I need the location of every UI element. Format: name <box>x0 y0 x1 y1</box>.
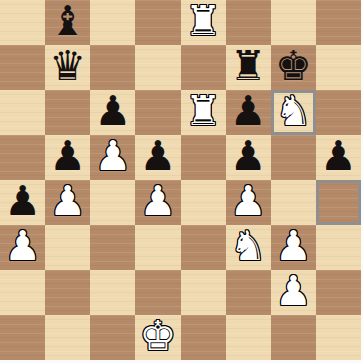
square-a4[interactable]: ♟ <box>0 180 45 225</box>
square-e5[interactable] <box>181 135 226 180</box>
square-f4[interactable]: ♟ <box>226 180 271 225</box>
square-b5[interactable]: ♟ <box>45 135 90 180</box>
black-rook[interactable]: ♜ <box>230 46 267 87</box>
square-g2[interactable]: ♟ <box>271 270 316 315</box>
white-pawn[interactable]: ♟ <box>230 181 267 222</box>
white-pawn[interactable]: ♟ <box>140 181 177 222</box>
square-c2[interactable] <box>90 270 135 315</box>
square-a2[interactable] <box>0 270 45 315</box>
white-knight[interactable]: ♞ <box>275 91 312 132</box>
square-e8[interactable]: ♜ <box>181 0 226 45</box>
square-g4[interactable] <box>271 180 316 225</box>
square-h4[interactable] <box>316 180 361 225</box>
square-f5[interactable]: ♟ <box>226 135 271 180</box>
square-c5[interactable]: ♟ <box>90 135 135 180</box>
square-a5[interactable] <box>0 135 45 180</box>
square-h8[interactable] <box>316 0 361 45</box>
square-c1[interactable] <box>90 315 135 360</box>
square-h1[interactable] <box>316 315 361 360</box>
white-pawn[interactable]: ♟ <box>49 181 86 222</box>
white-rook[interactable]: ♜ <box>185 91 222 132</box>
square-d3[interactable] <box>135 225 180 270</box>
white-pawn[interactable]: ♟ <box>4 226 41 267</box>
square-d4[interactable]: ♟ <box>135 180 180 225</box>
black-queen[interactable]: ♛ <box>49 46 86 87</box>
square-c6[interactable]: ♟ <box>90 90 135 135</box>
square-f3[interactable]: ♞ <box>226 225 271 270</box>
square-f1[interactable] <box>226 315 271 360</box>
square-g8[interactable] <box>271 0 316 45</box>
square-d8[interactable] <box>135 0 180 45</box>
square-e7[interactable] <box>181 45 226 90</box>
white-knight[interactable]: ♞ <box>230 226 267 267</box>
square-e4[interactable] <box>181 180 226 225</box>
black-pawn[interactable]: ♟ <box>140 136 177 177</box>
square-h3[interactable] <box>316 225 361 270</box>
square-f7[interactable]: ♜ <box>226 45 271 90</box>
square-g3[interactable]: ♟ <box>271 225 316 270</box>
square-g7[interactable]: ♚ <box>271 45 316 90</box>
black-pawn[interactable]: ♟ <box>230 91 267 132</box>
black-pawn[interactable]: ♟ <box>230 136 267 177</box>
square-h7[interactable] <box>316 45 361 90</box>
square-g6[interactable]: ♞ <box>271 90 316 135</box>
square-e3[interactable] <box>181 225 226 270</box>
white-pawn[interactable]: ♟ <box>275 226 312 267</box>
square-g5[interactable] <box>271 135 316 180</box>
square-h5[interactable]: ♟ <box>316 135 361 180</box>
square-b8[interactable]: ♝ <box>45 0 90 45</box>
square-b6[interactable] <box>45 90 90 135</box>
square-b4[interactable]: ♟ <box>45 180 90 225</box>
square-d2[interactable] <box>135 270 180 315</box>
square-c8[interactable] <box>90 0 135 45</box>
square-a6[interactable] <box>0 90 45 135</box>
square-b2[interactable] <box>45 270 90 315</box>
square-d1[interactable]: ♚ <box>135 315 180 360</box>
white-king[interactable]: ♚ <box>140 316 177 357</box>
square-a3[interactable]: ♟ <box>0 225 45 270</box>
square-c3[interactable] <box>90 225 135 270</box>
square-e1[interactable] <box>181 315 226 360</box>
chess-board: ♝♜♛♜♚♟♜♟♞♟♟♟♟♟♟♟♟♟♟♞♟♟♚ <box>0 0 361 360</box>
square-b7[interactable]: ♛ <box>45 45 90 90</box>
white-pawn[interactable]: ♟ <box>275 271 312 312</box>
square-e6[interactable]: ♜ <box>181 90 226 135</box>
square-d5[interactable]: ♟ <box>135 135 180 180</box>
square-e2[interactable] <box>181 270 226 315</box>
black-bishop[interactable]: ♝ <box>49 1 86 42</box>
black-pawn[interactable]: ♟ <box>320 136 357 177</box>
square-h6[interactable] <box>316 90 361 135</box>
square-d6[interactable] <box>135 90 180 135</box>
square-a8[interactable] <box>0 0 45 45</box>
white-rook[interactable]: ♜ <box>185 1 222 42</box>
square-c4[interactable] <box>90 180 135 225</box>
black-king[interactable]: ♚ <box>275 46 312 87</box>
board-frame: ♝♜♛♜♚♟♜♟♞♟♟♟♟♟♟♟♟♟♟♞♟♟♚ <box>0 0 363 363</box>
white-pawn[interactable]: ♟ <box>94 136 131 177</box>
square-h2[interactable] <box>316 270 361 315</box>
black-pawn[interactable]: ♟ <box>4 181 41 222</box>
square-a1[interactable] <box>0 315 45 360</box>
square-g1[interactable] <box>271 315 316 360</box>
square-b3[interactable] <box>45 225 90 270</box>
square-f8[interactable] <box>226 0 271 45</box>
square-f2[interactable] <box>226 270 271 315</box>
black-pawn[interactable]: ♟ <box>49 136 86 177</box>
square-a7[interactable] <box>0 45 45 90</box>
square-b1[interactable] <box>45 315 90 360</box>
square-f6[interactable]: ♟ <box>226 90 271 135</box>
square-d7[interactable] <box>135 45 180 90</box>
black-pawn[interactable]: ♟ <box>94 91 131 132</box>
square-c7[interactable] <box>90 45 135 90</box>
